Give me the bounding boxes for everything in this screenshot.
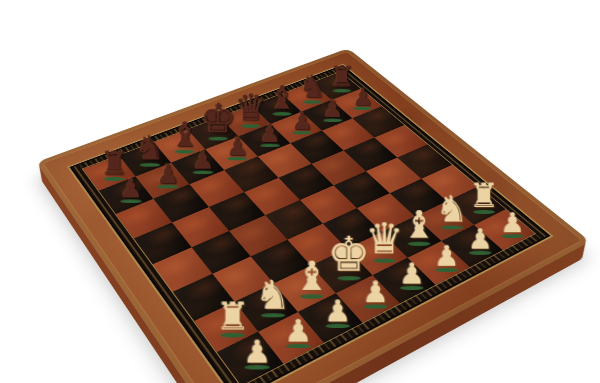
black-pawn[interactable]: ♟ [183,147,222,172]
board-frame: ♜♞♝♚♛♝♞♜♟♟♟♟♟♟♟♟♜♞♝♚♛♝♞♜♟♟♟♟♟♟♟♟ [36,48,590,383]
black-pawn[interactable]: ♟ [111,175,152,201]
square-row4-col3[interactable] [209,192,265,231]
product-photo-scene: ♜♞♝♚♛♝♞♜♟♟♟♟♟♟♟♟♜♞♝♚♛♝♞♜♟♟♟♟♟♟♟♟ [0,0,600,383]
black-pawn[interactable]: ♟ [218,133,257,158]
white-knight[interactable]: ♞ [250,275,296,315]
decorative-border-band: ♜♞♝♚♛♝♞♜♟♟♟♟♟♟♟♟♜♞♝♚♛♝♞♜♟♟♟♟♟♟♟♟ [67,63,554,383]
white-pawn[interactable]: ♟ [233,335,282,366]
black-pawn[interactable]: ♟ [251,121,289,145]
black-pawn[interactable]: ♟ [148,160,188,186]
white-rook[interactable]: ♜ [209,296,256,334]
chess-board-3d: ♜♞♝♚♛♝♞♜♟♟♟♟♟♟♟♟♜♞♝♚♛♝♞♜♟♟♟♟♟♟♟♟ [36,48,590,383]
square-row3-col1[interactable] [116,198,172,238]
